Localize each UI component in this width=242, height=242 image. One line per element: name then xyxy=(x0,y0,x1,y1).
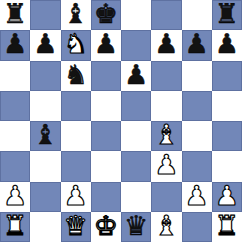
square-b7[interactable]: ♟ xyxy=(30,30,60,60)
square-h7[interactable]: ♟ xyxy=(212,30,242,60)
square-g4[interactable] xyxy=(182,121,212,151)
square-d7[interactable]: ♟ xyxy=(91,30,121,60)
white-pawn[interactable]: ♟ xyxy=(154,151,178,180)
black-pawn[interactable]: ♟ xyxy=(94,30,118,59)
square-e5[interactable] xyxy=(121,91,151,121)
square-a3[interactable] xyxy=(0,151,30,181)
black-king[interactable]: ♚ xyxy=(94,0,118,29)
square-h2[interactable]: ♟ xyxy=(212,182,242,212)
square-e4[interactable] xyxy=(121,121,151,151)
square-a6[interactable] xyxy=(0,61,30,91)
black-rook[interactable]: ♜ xyxy=(215,0,239,29)
square-g1[interactable] xyxy=(182,212,212,242)
square-e1[interactable]: ♛ xyxy=(121,212,151,242)
square-f7[interactable]: ♟ xyxy=(151,30,181,60)
square-b1[interactable] xyxy=(30,212,60,242)
square-d4[interactable] xyxy=(91,121,121,151)
white-pawn[interactable]: ♟ xyxy=(64,182,88,211)
white-bishop[interactable]: ♝ xyxy=(154,212,178,241)
square-d3[interactable] xyxy=(91,151,121,181)
square-f2[interactable] xyxy=(151,182,181,212)
white-pawn[interactable]: ♟ xyxy=(3,182,27,211)
square-h6[interactable] xyxy=(212,61,242,91)
square-d6[interactable] xyxy=(91,61,121,91)
square-f4[interactable]: ♝ xyxy=(151,121,181,151)
square-c3[interactable] xyxy=(61,151,91,181)
square-b4[interactable]: ♝ xyxy=(30,121,60,151)
square-f6[interactable] xyxy=(151,61,181,91)
square-a2[interactable]: ♟ xyxy=(0,182,30,212)
square-a5[interactable] xyxy=(0,91,30,121)
square-h4[interactable] xyxy=(212,121,242,151)
square-e3[interactable] xyxy=(121,151,151,181)
square-c8[interactable]: ♝ xyxy=(61,0,91,30)
white-knight[interactable]: ♞ xyxy=(64,30,88,59)
square-b6[interactable] xyxy=(30,61,60,91)
square-h8[interactable]: ♜ xyxy=(212,0,242,30)
black-knight[interactable]: ♞ xyxy=(64,61,88,90)
square-a8[interactable]: ♜ xyxy=(0,0,30,30)
square-c5[interactable] xyxy=(61,91,91,121)
square-f8[interactable] xyxy=(151,0,181,30)
square-c7[interactable]: ♞ xyxy=(61,30,91,60)
square-h1[interactable]: ♜ xyxy=(212,212,242,242)
black-bishop[interactable]: ♝ xyxy=(64,0,88,29)
square-c6[interactable]: ♞ xyxy=(61,61,91,91)
square-c4[interactable] xyxy=(61,121,91,151)
square-h3[interactable] xyxy=(212,151,242,181)
square-b3[interactable] xyxy=(30,151,60,181)
square-g5[interactable] xyxy=(182,91,212,121)
white-rook[interactable]: ♜ xyxy=(3,212,27,241)
white-king[interactable]: ♚ xyxy=(94,212,118,241)
black-pawn[interactable]: ♟ xyxy=(154,30,178,59)
square-g7[interactable]: ♟ xyxy=(182,30,212,60)
white-rook[interactable]: ♜ xyxy=(215,212,239,241)
square-f5[interactable] xyxy=(151,91,181,121)
black-pawn[interactable]: ♟ xyxy=(124,61,148,90)
square-e6[interactable]: ♟ xyxy=(121,61,151,91)
square-c1[interactable]: ♛ xyxy=(61,212,91,242)
square-b8[interactable] xyxy=(30,0,60,30)
white-queen[interactable]: ♛ xyxy=(64,212,88,241)
black-pawn[interactable]: ♟ xyxy=(33,30,57,59)
chess-board: ♜♝♚♜♟♟♞♟♟♟♟♞♟♝♝♟♟♟♟♟♜♛♚♛♝♜ xyxy=(0,0,242,242)
white-pawn[interactable]: ♟ xyxy=(185,182,209,211)
square-g3[interactable] xyxy=(182,151,212,181)
black-queen[interactable]: ♛ xyxy=(124,212,148,241)
white-bishop[interactable]: ♝ xyxy=(154,121,178,150)
black-rook[interactable]: ♜ xyxy=(3,0,27,29)
square-g6[interactable] xyxy=(182,61,212,91)
square-a1[interactable]: ♜ xyxy=(0,212,30,242)
black-pawn[interactable]: ♟ xyxy=(215,30,239,59)
square-e8[interactable] xyxy=(121,0,151,30)
square-c2[interactable]: ♟ xyxy=(61,182,91,212)
square-h5[interactable] xyxy=(212,91,242,121)
square-f3[interactable]: ♟ xyxy=(151,151,181,181)
black-pawn[interactable]: ♟ xyxy=(3,30,27,59)
square-f1[interactable]: ♝ xyxy=(151,212,181,242)
black-bishop[interactable]: ♝ xyxy=(33,121,57,150)
square-b2[interactable] xyxy=(30,182,60,212)
square-e7[interactable] xyxy=(121,30,151,60)
square-d1[interactable]: ♚ xyxy=(91,212,121,242)
square-a4[interactable] xyxy=(0,121,30,151)
square-b5[interactable] xyxy=(30,91,60,121)
square-a7[interactable]: ♟ xyxy=(0,30,30,60)
square-d5[interactable] xyxy=(91,91,121,121)
square-g8[interactable] xyxy=(182,0,212,30)
square-d2[interactable] xyxy=(91,182,121,212)
black-pawn[interactable]: ♟ xyxy=(185,30,209,59)
square-d8[interactable]: ♚ xyxy=(91,0,121,30)
square-e2[interactable] xyxy=(121,182,151,212)
square-g2[interactable]: ♟ xyxy=(182,182,212,212)
white-pawn[interactable]: ♟ xyxy=(215,182,239,211)
